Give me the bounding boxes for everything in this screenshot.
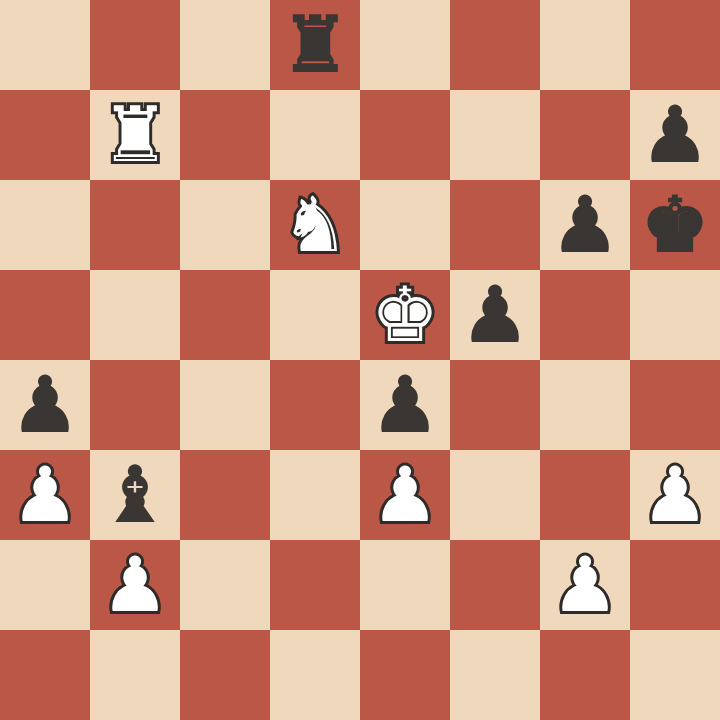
square-f1[interactable] xyxy=(450,630,540,720)
piece-black-rook[interactable]: ♜ xyxy=(281,0,349,90)
piece-black-pawn[interactable]: ♟ xyxy=(461,270,529,360)
square-f5[interactable]: ♟ xyxy=(450,270,540,360)
square-a8[interactable] xyxy=(0,0,90,90)
piece-black-pawn[interactable]: ♟ xyxy=(551,180,619,270)
square-h8[interactable] xyxy=(630,0,720,90)
square-e1[interactable] xyxy=(360,630,450,720)
square-h2[interactable] xyxy=(630,540,720,630)
square-c1[interactable] xyxy=(180,630,270,720)
square-b4[interactable] xyxy=(90,360,180,450)
square-a2[interactable] xyxy=(0,540,90,630)
square-h1[interactable] xyxy=(630,630,720,720)
square-d2[interactable] xyxy=(270,540,360,630)
piece-white-pawn[interactable]: ♟ xyxy=(641,450,709,540)
piece-black-pawn[interactable]: ♟ xyxy=(641,90,709,180)
square-d1[interactable] xyxy=(270,630,360,720)
square-a6[interactable] xyxy=(0,180,90,270)
square-b6[interactable] xyxy=(90,180,180,270)
square-b8[interactable] xyxy=(90,0,180,90)
piece-white-pawn[interactable]: ♟ xyxy=(371,450,439,540)
square-h6[interactable]: ♚ xyxy=(630,180,720,270)
chess-board: ♜♜♟♞♟♚♚♟♟♟♟♝♟♟♟♟ xyxy=(0,0,720,720)
square-e4[interactable]: ♟ xyxy=(360,360,450,450)
square-e6[interactable] xyxy=(360,180,450,270)
square-e7[interactable] xyxy=(360,90,450,180)
square-c3[interactable] xyxy=(180,450,270,540)
square-f4[interactable] xyxy=(450,360,540,450)
square-b5[interactable] xyxy=(90,270,180,360)
square-e5[interactable]: ♚ xyxy=(360,270,450,360)
square-d6[interactable]: ♞ xyxy=(270,180,360,270)
piece-black-bishop[interactable]: ♝ xyxy=(101,450,169,540)
square-h5[interactable] xyxy=(630,270,720,360)
piece-white-pawn[interactable]: ♟ xyxy=(101,540,169,630)
square-g1[interactable] xyxy=(540,630,630,720)
square-e8[interactable] xyxy=(360,0,450,90)
square-h4[interactable] xyxy=(630,360,720,450)
square-c6[interactable] xyxy=(180,180,270,270)
square-f8[interactable] xyxy=(450,0,540,90)
square-e3[interactable]: ♟ xyxy=(360,450,450,540)
square-c4[interactable] xyxy=(180,360,270,450)
square-a7[interactable] xyxy=(0,90,90,180)
square-f6[interactable] xyxy=(450,180,540,270)
square-b2[interactable]: ♟ xyxy=(90,540,180,630)
square-g5[interactable] xyxy=(540,270,630,360)
square-g6[interactable]: ♟ xyxy=(540,180,630,270)
square-g8[interactable] xyxy=(540,0,630,90)
square-b3[interactable]: ♝ xyxy=(90,450,180,540)
square-a3[interactable]: ♟ xyxy=(0,450,90,540)
square-f3[interactable] xyxy=(450,450,540,540)
square-f7[interactable] xyxy=(450,90,540,180)
square-h3[interactable]: ♟ xyxy=(630,450,720,540)
square-d7[interactable] xyxy=(270,90,360,180)
piece-white-pawn[interactable]: ♟ xyxy=(11,450,79,540)
square-d5[interactable] xyxy=(270,270,360,360)
square-b7[interactable]: ♜ xyxy=(90,90,180,180)
square-b1[interactable] xyxy=(90,630,180,720)
square-g4[interactable] xyxy=(540,360,630,450)
square-c2[interactable] xyxy=(180,540,270,630)
square-d8[interactable]: ♜ xyxy=(270,0,360,90)
square-a1[interactable] xyxy=(0,630,90,720)
square-d4[interactable] xyxy=(270,360,360,450)
piece-black-pawn[interactable]: ♟ xyxy=(11,360,79,450)
square-f2[interactable] xyxy=(450,540,540,630)
piece-white-knight[interactable]: ♞ xyxy=(281,180,349,270)
piece-white-rook[interactable]: ♜ xyxy=(101,90,169,180)
piece-black-pawn[interactable]: ♟ xyxy=(371,360,439,450)
square-a5[interactable] xyxy=(0,270,90,360)
square-c8[interactable] xyxy=(180,0,270,90)
piece-white-king[interactable]: ♚ xyxy=(371,270,439,360)
square-c5[interactable] xyxy=(180,270,270,360)
square-g7[interactable] xyxy=(540,90,630,180)
square-g2[interactable]: ♟ xyxy=(540,540,630,630)
square-a4[interactable]: ♟ xyxy=(0,360,90,450)
square-e2[interactable] xyxy=(360,540,450,630)
square-c7[interactable] xyxy=(180,90,270,180)
square-g3[interactable] xyxy=(540,450,630,540)
piece-white-pawn[interactable]: ♟ xyxy=(551,540,619,630)
square-h7[interactable]: ♟ xyxy=(630,90,720,180)
piece-black-king[interactable]: ♚ xyxy=(641,180,709,270)
square-d3[interactable] xyxy=(270,450,360,540)
